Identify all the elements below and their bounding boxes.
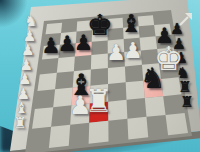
app-background: ♚♝♟♟♟♟♟♟♚♞♝♟♜♞♟♟♟♟♟♝♜♟♟♟♞♜♜	[0, 0, 200, 152]
cursor-arrow-icon	[177, 11, 194, 28]
